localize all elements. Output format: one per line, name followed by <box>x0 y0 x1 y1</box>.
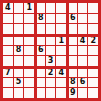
sudoku-cell-r1c6[interactable] <box>56 3 66 13</box>
sudoku-cell-r3c8[interactable] <box>78 24 88 34</box>
sudoku-cell-r7c7[interactable] <box>67 67 77 77</box>
sudoku-cell-r8c9[interactable] <box>88 78 98 88</box>
sudoku-cell-r1c9[interactable] <box>88 3 98 13</box>
sudoku-cell-r6c3[interactable] <box>24 56 34 66</box>
sudoku-cell-r4c3[interactable] <box>24 35 34 45</box>
sudoku-cell-r7c8[interactable] <box>78 67 88 77</box>
sudoku-cell-r5c7[interactable] <box>67 46 77 56</box>
sudoku-cell-r4c5[interactable] <box>46 35 56 45</box>
sudoku-cell-r7c9[interactable] <box>88 67 98 77</box>
sudoku-board: 41861428637245869 <box>0 0 101 101</box>
sudoku-cell-r7c1[interactable]: 7 <box>3 67 13 77</box>
sudoku-cell-r2c4[interactable]: 8 <box>35 14 45 24</box>
sudoku-cell-r3c4[interactable] <box>35 24 45 34</box>
sudoku-cell-r7c3[interactable] <box>24 67 34 77</box>
sudoku-cell-r8c5[interactable] <box>46 78 56 88</box>
sudoku-cell-r2c6[interactable] <box>56 14 66 24</box>
sudoku-cell-r5c5[interactable] <box>46 46 56 56</box>
sudoku-cell-r2c2[interactable] <box>14 14 24 24</box>
sudoku-cell-r6c2[interactable] <box>14 56 24 66</box>
sudoku-cell-r3c9[interactable] <box>88 24 98 34</box>
sudoku-cell-r5c1[interactable] <box>3 46 13 56</box>
sudoku-cell-r4c4[interactable] <box>35 35 45 45</box>
sudoku-cell-r2c8[interactable] <box>78 14 88 24</box>
sudoku-cell-r6c5[interactable]: 3 <box>46 56 56 66</box>
sudoku-cell-r6c9[interactable] <box>88 56 98 66</box>
sudoku-cell-r6c6[interactable] <box>56 56 66 66</box>
sudoku-cell-r4c2[interactable] <box>14 35 24 45</box>
sudoku-cell-r5c8[interactable] <box>78 46 88 56</box>
sudoku-cell-r6c4[interactable] <box>35 56 45 66</box>
sudoku-cell-r4c8[interactable]: 4 <box>78 35 88 45</box>
sudoku-cell-r7c2[interactable] <box>14 67 24 77</box>
sudoku-cell-r9c7[interactable]: 9 <box>67 88 77 98</box>
sudoku-cell-r9c3[interactable] <box>24 88 34 98</box>
sudoku-cell-r3c5[interactable] <box>46 24 56 34</box>
sudoku-cell-r2c7[interactable]: 6 <box>67 14 77 24</box>
sudoku-cell-r9c5[interactable] <box>46 88 56 98</box>
sudoku-cell-r2c5[interactable] <box>46 14 56 24</box>
sudoku-cell-r6c8[interactable] <box>78 56 88 66</box>
sudoku-cell-r8c3[interactable] <box>24 78 34 88</box>
sudoku-cell-r7c6[interactable]: 4 <box>56 67 66 77</box>
sudoku-cell-r9c9[interactable] <box>88 88 98 98</box>
sudoku-cell-r1c5[interactable] <box>46 3 56 13</box>
sudoku-cell-r5c9[interactable] <box>88 46 98 56</box>
sudoku-cell-r8c4[interactable] <box>35 78 45 88</box>
sudoku-cell-r9c6[interactable] <box>56 88 66 98</box>
sudoku-cell-r7c5[interactable]: 2 <box>46 67 56 77</box>
sudoku-cell-r1c8[interactable] <box>78 3 88 13</box>
sudoku-cell-r8c7[interactable]: 8 <box>67 78 77 88</box>
sudoku-cell-r8c8[interactable]: 6 <box>78 78 88 88</box>
sudoku-cell-r4c1[interactable] <box>3 35 13 45</box>
sudoku-cell-r4c7[interactable] <box>67 35 77 45</box>
sudoku-cell-r8c6[interactable] <box>56 78 66 88</box>
sudoku-cell-r3c3[interactable] <box>24 24 34 34</box>
sudoku-cell-r1c3[interactable]: 1 <box>24 3 34 13</box>
sudoku-cell-r3c6[interactable] <box>56 24 66 34</box>
sudoku-cell-r6c7[interactable] <box>67 56 77 66</box>
sudoku-cell-r3c2[interactable] <box>14 24 24 34</box>
sudoku-cell-r3c1[interactable] <box>3 24 13 34</box>
sudoku-cell-r3c7[interactable] <box>67 24 77 34</box>
sudoku-cell-r6c1[interactable] <box>3 56 13 66</box>
sudoku-cell-r5c4[interactable]: 6 <box>35 46 45 56</box>
sudoku-cell-r4c6[interactable]: 1 <box>56 35 66 45</box>
sudoku-cell-r1c2[interactable] <box>14 3 24 13</box>
sudoku-cell-r1c4[interactable] <box>35 3 45 13</box>
sudoku-cell-r8c2[interactable]: 5 <box>14 78 24 88</box>
sudoku-cell-r4c9[interactable]: 2 <box>88 35 98 45</box>
sudoku-cell-r9c8[interactable] <box>78 88 88 98</box>
sudoku-cell-r5c2[interactable]: 8 <box>14 46 24 56</box>
sudoku-cell-r9c1[interactable] <box>3 88 13 98</box>
sudoku-cell-r8c1[interactable] <box>3 78 13 88</box>
sudoku-cell-r2c1[interactable] <box>3 14 13 24</box>
sudoku-cell-r7c4[interactable] <box>35 67 45 77</box>
sudoku-cell-r9c4[interactable] <box>35 88 45 98</box>
sudoku-cell-r1c7[interactable] <box>67 3 77 13</box>
sudoku-cell-r5c3[interactable] <box>24 46 34 56</box>
sudoku-cell-r2c3[interactable] <box>24 14 34 24</box>
sudoku-cell-r1c1[interactable]: 4 <box>3 3 13 13</box>
sudoku-cell-r9c2[interactable] <box>14 88 24 98</box>
sudoku-cell-r5c6[interactable] <box>56 46 66 56</box>
sudoku-cell-r2c9[interactable] <box>88 14 98 24</box>
